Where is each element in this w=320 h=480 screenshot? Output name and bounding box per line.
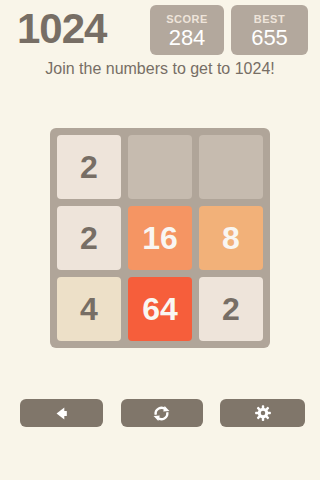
tile-2: 2: [57, 206, 121, 270]
mute-button[interactable]: [20, 399, 103, 427]
game-board[interactable]: 221684642: [50, 128, 270, 348]
empty-cell: [199, 135, 263, 199]
toolbar: [20, 399, 305, 427]
settings-button[interactable]: [220, 399, 305, 427]
best-label: BEST: [231, 13, 308, 25]
tile-64: 64: [128, 277, 192, 341]
tile-2: 2: [199, 277, 263, 341]
score-value: 284: [150, 25, 224, 50]
tile-4: 4: [57, 277, 121, 341]
restart-button[interactable]: [121, 399, 203, 427]
tile-8: 8: [199, 206, 263, 270]
score-box: SCORE 284: [150, 5, 224, 55]
speaker-icon: [53, 405, 70, 422]
tile-2: 2: [57, 135, 121, 199]
refresh-icon: [152, 404, 171, 423]
best-box: BEST 655: [231, 5, 308, 55]
subtitle: Join the numbers to get to 1024!: [0, 60, 320, 78]
best-value: 655: [231, 25, 308, 50]
gear-icon: [254, 404, 272, 422]
score-label: SCORE: [150, 13, 224, 25]
board-grid: 221684642: [57, 135, 263, 341]
app-screen: 1024 SCORE 284 BEST 655 Join the numbers…: [0, 0, 320, 480]
game-title: 1024: [17, 8, 106, 50]
empty-cell: [128, 135, 192, 199]
tile-16: 16: [128, 206, 192, 270]
